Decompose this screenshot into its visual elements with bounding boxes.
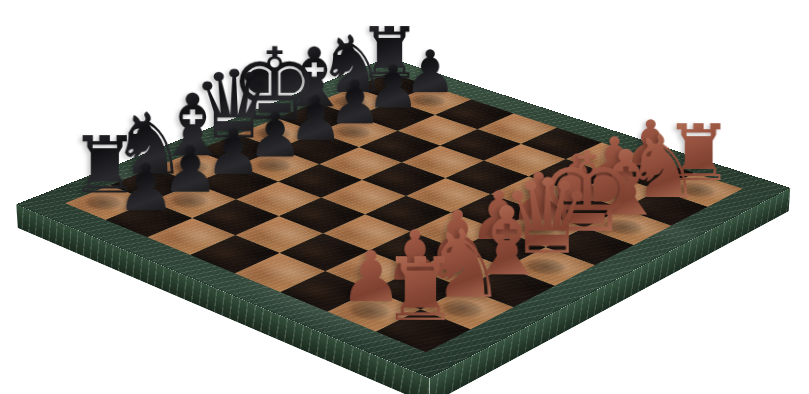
marble-chess-photo: ♜♞♟♝♟♚♟♛♟♝♟♞♟♟♜♟♟♜♟♟♞♟♝♟♚♟♛♟♝♟♞♜ <box>0 0 809 394</box>
chess-board: ♜♞♟♝♟♚♟♛♟♝♟♞♟♟♜♟♟♜♟♟♞♟♝♟♚♟♛♟♝♟♞♜ <box>16 57 790 378</box>
